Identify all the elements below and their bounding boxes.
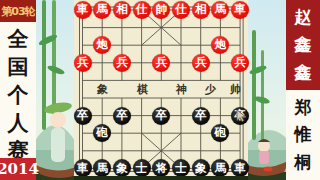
piece-black-soldier-g[interactable]: 卒 bbox=[192, 107, 210, 125]
left-info-panel: 第03轮 全国个人赛 2014 bbox=[0, 0, 36, 180]
piece-black-chariot-i[interactable]: 車 bbox=[231, 159, 249, 177]
vertical-char: 鑫 bbox=[295, 61, 312, 84]
piece-black-soldier-e[interactable]: 卒 bbox=[152, 107, 170, 125]
piece-black-chariot-a[interactable]: 車 bbox=[74, 159, 92, 177]
vertical-char: 赵 bbox=[295, 6, 312, 29]
bamboo-stalk bbox=[52, 0, 56, 115]
vertical-char: 人 bbox=[8, 109, 29, 137]
vertical-char: 鑫 bbox=[295, 33, 312, 56]
player-name-red: 赵鑫鑫 bbox=[286, 0, 320, 90]
piece-red-horse-b[interactable]: 馬 bbox=[93, 1, 111, 19]
cursor-arrow-icon bbox=[234, 108, 250, 124]
vertical-char: 郑 bbox=[295, 96, 312, 119]
piece-red-advisor-d[interactable]: 仕 bbox=[133, 1, 151, 19]
character-right-body bbox=[259, 151, 269, 164]
piece-red-chariot-i[interactable]: 車 bbox=[231, 1, 249, 19]
piece-black-general[interactable]: 将 bbox=[152, 159, 170, 177]
piece-red-soldier-c[interactable]: 兵 bbox=[113, 54, 131, 72]
piece-black-elephant-g[interactable]: 象 bbox=[192, 159, 210, 177]
piece-red-general[interactable]: 帥 bbox=[152, 1, 170, 19]
board-bottom-edge bbox=[74, 176, 248, 180]
red-fish bbox=[264, 167, 273, 172]
board-pieces: 車馬相仕帥仕相馬車炮炮兵兵兵兵兵卒卒卒卒卒砲砲車馬象士将士象馬車 bbox=[74, 0, 248, 180]
piece-black-horse-b[interactable]: 馬 bbox=[93, 159, 111, 177]
event-title: 全国个人赛 bbox=[0, 22, 36, 158]
round-banner: 第03轮 bbox=[0, 0, 36, 22]
character-left bbox=[50, 112, 66, 128]
vertical-char: 国 bbox=[8, 53, 29, 81]
piece-black-cannon-b[interactable]: 砲 bbox=[93, 124, 111, 142]
piece-red-chariot-a[interactable]: 車 bbox=[74, 1, 92, 19]
xiangqi-board[interactable]: 象棋神少帅 車馬相仕帥仕相馬車炮炮兵兵兵兵兵卒卒卒卒卒砲砲車馬象士将士象馬車 bbox=[74, 0, 248, 180]
vertical-char: 桐 bbox=[295, 151, 312, 174]
bamboo-stalk bbox=[252, 30, 256, 140]
piece-red-soldier-i[interactable]: 兵 bbox=[231, 54, 249, 72]
piece-black-advisor-f[interactable]: 士 bbox=[172, 159, 190, 177]
piece-red-elephant-c[interactable]: 相 bbox=[113, 1, 131, 19]
piece-red-soldier-g[interactable]: 兵 bbox=[192, 54, 210, 72]
player-name-black: 郑惟桐 bbox=[286, 90, 320, 180]
vertical-char: 惟 bbox=[295, 123, 312, 146]
piece-red-soldier-a[interactable]: 兵 bbox=[74, 54, 92, 72]
piece-red-soldier-e[interactable]: 兵 bbox=[152, 54, 170, 72]
video-thumbnail: 象棋神少帅 車馬相仕帥仕相馬車炮炮兵兵兵兵兵卒卒卒卒卒砲砲車馬象士将士象馬車 第… bbox=[0, 0, 320, 180]
vertical-char: 个 bbox=[8, 81, 29, 109]
piece-red-cannon-b[interactable]: 炮 bbox=[93, 36, 111, 54]
vertical-char: 全 bbox=[8, 25, 29, 53]
year-badge: 2014 bbox=[0, 158, 36, 180]
piece-red-advisor-f[interactable]: 仕 bbox=[172, 1, 190, 19]
piece-black-advisor-d[interactable]: 士 bbox=[133, 159, 151, 177]
piece-red-elephant-g[interactable]: 相 bbox=[192, 1, 210, 19]
character-left-body bbox=[51, 128, 65, 162]
piece-red-cannon-h[interactable]: 炮 bbox=[211, 36, 229, 54]
piece-black-horse-h[interactable]: 馬 bbox=[211, 159, 229, 177]
right-players-panel: 赵鑫鑫 郑惟桐 bbox=[286, 0, 320, 180]
piece-red-horse-h[interactable]: 馬 bbox=[211, 1, 229, 19]
piece-black-soldier-a[interactable]: 卒 bbox=[74, 107, 92, 125]
piece-black-elephant-c[interactable]: 象 bbox=[113, 159, 131, 177]
piece-black-soldier-c[interactable]: 卒 bbox=[113, 107, 131, 125]
piece-black-cannon-h[interactable]: 砲 bbox=[211, 124, 229, 142]
